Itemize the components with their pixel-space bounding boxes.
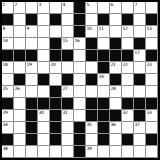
grid-cell-white[interactable] <box>38 14 50 26</box>
grid-cell-white[interactable] <box>74 74 86 86</box>
grid-cell-black <box>122 98 134 110</box>
grid-cell-white[interactable] <box>146 74 158 86</box>
grid-cell-white[interactable]: 4 <box>62 2 74 14</box>
grid-cell-white[interactable] <box>50 74 62 86</box>
clue-number: 23 <box>147 62 152 67</box>
grid-cell-white[interactable]: 16 <box>74 38 86 50</box>
grid-cell-white[interactable]: 15 <box>62 38 74 50</box>
grid-cell-white[interactable] <box>62 14 74 26</box>
clue-number: 15 <box>63 38 68 43</box>
grid-cell-white[interactable] <box>14 146 26 158</box>
grid-cell-white[interactable] <box>50 2 62 14</box>
grid-cell-black <box>86 38 98 50</box>
clue-number: 32 <box>123 110 128 115</box>
clue-number: 19 <box>27 62 32 67</box>
grid-cell-white[interactable] <box>86 62 98 74</box>
grid-cell-black <box>14 50 26 62</box>
crossword-grid: 1234567891011121314151617181920212223242… <box>0 0 160 160</box>
grid-cell-black <box>74 14 86 26</box>
clue-number: 11 <box>99 26 104 31</box>
grid-cell-white[interactable] <box>98 38 110 50</box>
grid-cell-white[interactable] <box>74 86 86 98</box>
grid-cell-white[interactable] <box>26 146 38 158</box>
grid-cell-black <box>26 122 38 134</box>
grid-cell-black <box>98 134 110 146</box>
grid-cell-white[interactable] <box>110 98 122 110</box>
grid-cell-white[interactable] <box>38 122 50 134</box>
clue-number: 10 <box>87 26 92 31</box>
grid-cell-white[interactable] <box>146 122 158 134</box>
grid-cell-white[interactable] <box>26 86 38 98</box>
grid-cell-white[interactable]: 26 <box>14 86 26 98</box>
grid-cell-white[interactable]: 29 <box>2 110 14 122</box>
clue-number: 36 <box>111 122 116 127</box>
grid-cell-white[interactable]: 24 <box>98 74 110 86</box>
grid-cell-white[interactable] <box>98 146 110 158</box>
grid-cell-white[interactable] <box>26 2 38 14</box>
grid-cell-white[interactable] <box>14 26 26 38</box>
grid-cell-white[interactable] <box>86 86 98 98</box>
grid-cell-white[interactable] <box>110 146 122 158</box>
grid-cell-white[interactable]: 36 <box>110 122 122 134</box>
clue-number: 35 <box>87 122 92 127</box>
grid-cell-white[interactable] <box>38 86 50 98</box>
grid-cell-black <box>50 110 62 122</box>
grid-cell-white[interactable] <box>86 14 98 26</box>
grid-cell-white[interactable]: 12 <box>122 26 134 38</box>
grid-cell-black <box>2 134 14 146</box>
grid-cell-black <box>110 74 122 86</box>
clue-number: 12 <box>123 26 128 31</box>
grid-cell-black <box>26 110 38 122</box>
grid-cell-white[interactable] <box>146 2 158 14</box>
grid-cell-black <box>14 74 26 86</box>
grid-cell-white[interactable]: 2 <box>14 2 26 14</box>
clue-number: 39 <box>87 146 92 151</box>
grid-cell-white[interactable] <box>62 122 74 134</box>
clue-number: 7 <box>135 2 138 7</box>
grid-cell-white[interactable]: 23 <box>146 62 158 74</box>
grid-cell-white[interactable]: 28 <box>110 86 122 98</box>
grid-cell-black <box>86 98 98 110</box>
grid-cell-white[interactable] <box>14 62 26 74</box>
grid-cell-white[interactable] <box>134 62 146 74</box>
clue-number: 4 <box>63 2 66 7</box>
clue-number: 1 <box>3 2 6 7</box>
grid-cell-black <box>98 122 110 134</box>
grid-cell-white[interactable] <box>62 134 74 146</box>
grid-cell-white[interactable]: 5 <box>86 2 98 14</box>
clue-number: 17 <box>135 50 140 55</box>
grid-cell-black <box>50 38 62 50</box>
grid-cell-white[interactable]: 34 <box>2 122 14 134</box>
grid-cell-white[interactable] <box>26 74 38 86</box>
grid-cell-black <box>50 122 62 134</box>
grid-cell-white[interactable] <box>50 26 62 38</box>
crossword-board-wrap: 1234567891011121314151617181920212223242… <box>0 0 160 160</box>
grid-cell-white[interactable]: 10 <box>86 26 98 38</box>
grid-cell-black <box>146 98 158 110</box>
grid-cell-white[interactable]: 25 <box>2 86 14 98</box>
grid-cell-black <box>110 50 122 62</box>
clue-number: 25 <box>3 86 8 91</box>
grid-cell-black <box>50 14 62 26</box>
clue-number: 34 <box>3 122 8 127</box>
grid-cell-white[interactable]: 32 <box>122 110 134 122</box>
clue-number: 9 <box>27 26 30 31</box>
grid-cell-black <box>134 98 146 110</box>
grid-cell-white[interactable] <box>2 74 14 86</box>
grid-cell-black <box>146 50 158 62</box>
grid-cell-black <box>26 50 38 62</box>
grid-cell-black <box>74 122 86 134</box>
grid-cell-white[interactable] <box>110 14 122 26</box>
clue-number: 29 <box>3 110 8 115</box>
grid-cell-black <box>38 98 50 110</box>
grid-cell-black <box>62 74 74 86</box>
grid-cell-white[interactable]: 8 <box>2 26 14 38</box>
grid-cell-white[interactable]: 27 <box>62 86 74 98</box>
grid-cell-white[interactable] <box>14 98 26 110</box>
grid-cell-white[interactable]: 22 <box>122 62 134 74</box>
clue-number: 24 <box>99 74 104 79</box>
grid-cell-black <box>74 146 86 158</box>
clue-number: 31 <box>63 110 68 115</box>
grid-cell-white[interactable] <box>74 110 86 122</box>
grid-cell-black <box>146 134 158 146</box>
clue-number: 21 <box>111 62 116 67</box>
grid-cell-white[interactable] <box>74 50 86 62</box>
grid-cell-white[interactable] <box>38 134 50 146</box>
grid-cell-white[interactable] <box>134 14 146 26</box>
grid-cell-black <box>122 134 134 146</box>
clue-number: 33 <box>147 110 152 115</box>
grid-cell-white[interactable] <box>74 62 86 74</box>
grid-cell-white[interactable]: 11 <box>98 26 110 38</box>
grid-cell-black <box>50 134 62 146</box>
grid-cell-white[interactable]: 19 <box>26 62 38 74</box>
grid-cell-white[interactable] <box>134 134 146 146</box>
grid-cell-white[interactable]: 6 <box>110 2 122 14</box>
grid-cell-white[interactable] <box>98 2 110 14</box>
grid-cell-white[interactable] <box>86 134 98 146</box>
grid-cell-white[interactable] <box>50 146 62 158</box>
grid-cell-white[interactable] <box>134 86 146 98</box>
clue-number: 38 <box>3 146 8 151</box>
grid-cell-black <box>74 26 86 38</box>
clue-number: 18 <box>3 62 8 67</box>
grid-cell-white[interactable]: 20 <box>50 62 62 74</box>
grid-cell-black <box>74 134 86 146</box>
grid-cell-black <box>134 38 146 50</box>
grid-cell-black <box>26 98 38 110</box>
grid-cell-black <box>2 98 14 110</box>
grid-cell-white[interactable] <box>74 98 86 110</box>
clue-number: 37 <box>135 122 140 127</box>
grid-cell-black <box>146 14 158 26</box>
grid-cell-white[interactable]: 39 <box>86 146 98 158</box>
grid-cell-white[interactable]: 13 <box>146 26 158 38</box>
grid-cell-black <box>134 110 146 122</box>
grid-cell-white[interactable] <box>122 122 134 134</box>
clue-number: 13 <box>147 26 152 31</box>
grid-cell-black <box>98 98 110 110</box>
grid-cell-white[interactable] <box>122 146 134 158</box>
clue-number: 28 <box>111 86 116 91</box>
grid-cell-black <box>110 38 122 50</box>
grid-cell-black <box>26 134 38 146</box>
grid-cell-black <box>62 50 74 62</box>
grid-cell-black <box>98 110 110 122</box>
grid-cell-white[interactable]: 21 <box>110 62 122 74</box>
grid-cell-black <box>86 50 98 62</box>
clue-number: 30 <box>39 110 44 115</box>
grid-cell-white[interactable] <box>14 110 26 122</box>
grid-cell-white[interactable] <box>38 50 50 62</box>
grid-cell-black <box>26 14 38 26</box>
grid-cell-white[interactable]: 31 <box>62 110 74 122</box>
clue-number: 3 <box>39 2 42 7</box>
clue-number: 20 <box>51 62 56 67</box>
grid-cell-white[interactable]: 1 <box>2 2 14 14</box>
grid-cell-white[interactable] <box>38 62 50 74</box>
grid-cell-white[interactable] <box>38 38 50 50</box>
grid-cell-white[interactable] <box>98 86 110 98</box>
grid-cell-black <box>2 50 14 62</box>
grid-cell-white[interactable] <box>146 86 158 98</box>
grid-cell-white[interactable]: 3 <box>38 2 50 14</box>
grid-cell-black <box>134 74 146 86</box>
clue-number: 8 <box>3 26 6 31</box>
grid-cell-white[interactable]: 18 <box>2 62 14 74</box>
grid-cell-white[interactable] <box>38 146 50 158</box>
grid-cell-white[interactable]: 37 <box>134 122 146 134</box>
grid-cell-white[interactable] <box>62 26 74 38</box>
grid-cell-white[interactable]: 7 <box>134 2 146 14</box>
grid-cell-white[interactable]: 9 <box>26 26 38 38</box>
grid-cell-white[interactable] <box>110 26 122 38</box>
grid-cell-white[interactable] <box>14 134 26 146</box>
grid-cell-black <box>122 14 134 26</box>
grid-cell-white[interactable]: 30 <box>38 110 50 122</box>
grid-cell-white[interactable] <box>122 74 134 86</box>
grid-cell-white[interactable] <box>14 38 26 50</box>
grid-cell-white[interactable] <box>146 38 158 50</box>
clue-number: 22 <box>123 62 128 67</box>
grid-cell-black <box>98 14 110 26</box>
grid-cell-white[interactable] <box>122 2 134 14</box>
grid-cell-black <box>2 14 14 26</box>
grid-cell-black <box>98 62 110 74</box>
grid-cell-black <box>62 98 74 110</box>
grid-cell-black <box>98 50 110 62</box>
grid-cell-white[interactable] <box>14 14 26 26</box>
clue-number: 27 <box>63 86 68 91</box>
grid-cell-white[interactable]: 33 <box>146 110 158 122</box>
grid-cell-white[interactable] <box>134 146 146 158</box>
grid-cell-white[interactable]: 17 <box>134 50 146 62</box>
grid-cell-black <box>86 110 98 122</box>
grid-cell-white[interactable] <box>122 86 134 98</box>
grid-cell-white[interactable] <box>134 26 146 38</box>
grid-cell-white[interactable] <box>146 146 158 158</box>
clue-number: 16 <box>75 38 80 43</box>
grid-cell-black <box>74 2 86 14</box>
grid-cell-white[interactable]: 35 <box>86 122 98 134</box>
clue-number: 2 <box>15 2 18 7</box>
grid-cell-black <box>122 50 134 62</box>
grid-cell-white[interactable] <box>26 38 38 50</box>
grid-cell-white[interactable] <box>110 134 122 146</box>
grid-cell-black <box>50 98 62 110</box>
grid-cell-black <box>110 110 122 122</box>
grid-cell-white[interactable]: 38 <box>2 146 14 158</box>
grid-cell-white[interactable] <box>38 26 50 38</box>
grid-cell-black <box>50 86 62 98</box>
grid-cell-black <box>38 74 50 86</box>
grid-cell-white[interactable] <box>62 62 74 74</box>
grid-cell-white[interactable]: 14 <box>2 38 14 50</box>
grid-cell-black <box>86 74 98 86</box>
clue-number: 5 <box>87 2 90 7</box>
clue-number: 6 <box>111 2 114 7</box>
grid-cell-white[interactable] <box>62 146 74 158</box>
clue-number: 26 <box>15 86 20 91</box>
grid-cell-white[interactable] <box>122 38 134 50</box>
grid-cell-white[interactable] <box>14 122 26 134</box>
clue-number: 14 <box>3 38 8 43</box>
grid-cell-black <box>50 50 62 62</box>
